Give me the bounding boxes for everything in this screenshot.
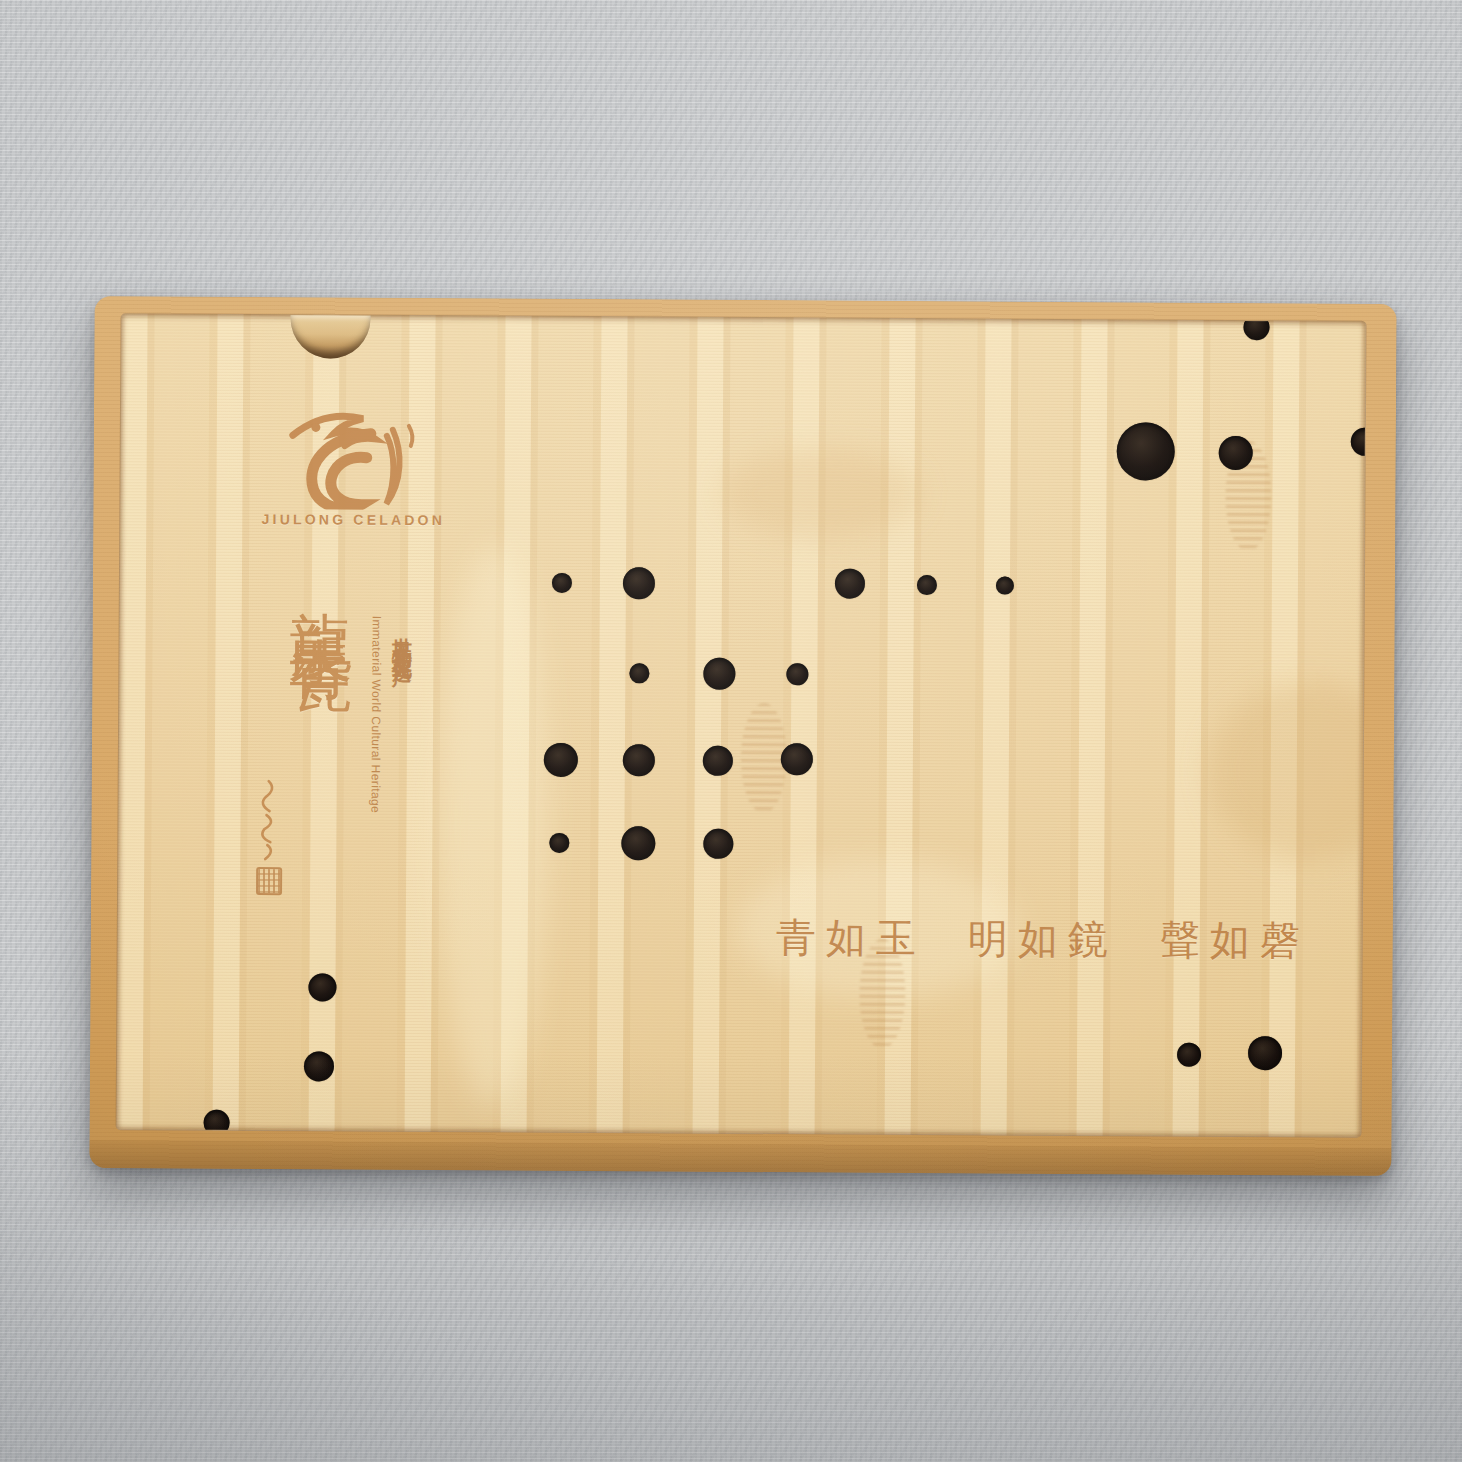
wood-figure: [720, 448, 921, 539]
drain-hole: [917, 575, 937, 595]
main-calligraphy: 龍泉青瓷: [285, 560, 357, 890]
drain-hole: [786, 663, 808, 685]
brand-name: JIULONG CELADON: [238, 511, 468, 528]
seal-stamp: [256, 867, 282, 895]
drain-hole: [623, 744, 655, 776]
drain-hole: [204, 1110, 230, 1136]
drain-hole: [1219, 436, 1253, 470]
calligrapher-signature: [254, 777, 285, 869]
heritage-text-cn: 世界非物质文化遗产: [389, 622, 416, 842]
drain-hole: [1248, 1036, 1282, 1070]
tea-tray-box: JIULONG CELADON 龍泉青瓷 世界非物质文化遗产 Immateria…: [89, 296, 1396, 1176]
drain-hole: [703, 658, 735, 690]
wood-figure: [1208, 681, 1366, 862]
drain-hole: [623, 567, 655, 599]
drain-hole: [781, 743, 813, 775]
motto-inscription: 青如玉明如鏡聲如磬: [776, 910, 1296, 968]
drain-hole: [308, 973, 336, 1001]
drain-hole: [1177, 1043, 1201, 1067]
wood-figure: [437, 546, 550, 1107]
drain-hole: [835, 569, 865, 599]
brand-logo-block: JIULONG CELADON: [238, 405, 469, 528]
drain-hole: [1243, 314, 1269, 340]
photo-scene: JIULONG CELADON 龍泉青瓷 世界非物质文化遗产 Immateria…: [0, 0, 1462, 1462]
drain-hole: [621, 826, 655, 860]
drain-hole: [544, 743, 578, 777]
motto-part-3: 聲如磬: [1160, 917, 1310, 964]
dragon-logo-icon: [258, 405, 449, 510]
drain-hole: [304, 1051, 334, 1081]
drain-hole: [703, 746, 733, 776]
drain-hole: [703, 829, 733, 859]
drain-hole: [996, 577, 1014, 595]
heritage-text-en: Immaterial World Cultural Heritage: [365, 616, 383, 856]
drain-hole: [552, 573, 572, 593]
motto-part-2: 明如鏡: [968, 915, 1118, 962]
drain-hole: [629, 663, 649, 683]
drain-hole: [1351, 428, 1367, 456]
motto-part-1: 青如玉: [776, 914, 926, 961]
finger-notch: [290, 314, 370, 358]
drain-hole: [1117, 422, 1175, 480]
tray-lid-panel: JIULONG CELADON 龍泉青瓷 世界非物质文化遗产 Immateria…: [116, 313, 1367, 1138]
drain-hole: [549, 833, 569, 853]
